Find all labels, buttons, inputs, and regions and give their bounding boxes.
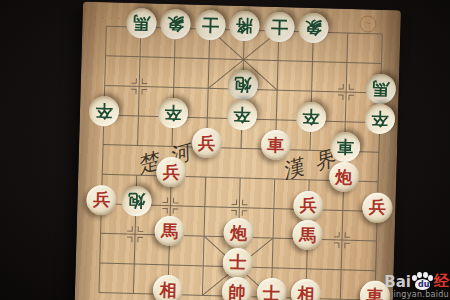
- piece-red-soldier[interactable]: 兵: [293, 190, 324, 221]
- photo-background: · · · · · · ~ 楚河 漢界 馬象士將士象炮馬卒卒卒卒卒車炮兵車兵炮兵…: [0, 0, 450, 300]
- piece-red-cannon[interactable]: 炮: [328, 161, 359, 192]
- piece-red-advisor[interactable]: 士: [256, 278, 287, 300]
- baidu-jingyan-watermark: Bai du 经 jingyan.baidu: [384, 272, 449, 299]
- piece-green-cannon[interactable]: 炮: [121, 185, 152, 216]
- watermark-brand-row: Bai du 经: [384, 272, 449, 291]
- watermark-url: jingyan.baidu: [384, 290, 449, 299]
- watermark-du-text: du: [418, 280, 429, 289]
- xiangqi-board: · · · · · · ~ 楚河 漢界 馬象士將士象炮馬卒卒卒卒卒車炮兵車兵炮兵…: [74, 2, 401, 300]
- piece-green-advisor[interactable]: 士: [195, 10, 226, 41]
- piece-green-advisor[interactable]: 士: [264, 12, 295, 43]
- piece-red-soldier[interactable]: 兵: [86, 184, 117, 215]
- watermark-brand-text: Bai: [384, 273, 411, 291]
- piece-red-soldier[interactable]: 兵: [362, 192, 393, 223]
- watermark-brand-suffix: 经: [434, 272, 449, 291]
- baidu-paw-icon: du: [412, 272, 433, 291]
- paw-toe-icon: [417, 272, 422, 278]
- piece-red-elephant[interactable]: 相: [153, 275, 184, 300]
- piece-green-horse[interactable]: 馬: [126, 8, 157, 39]
